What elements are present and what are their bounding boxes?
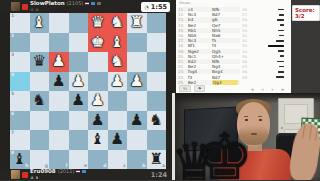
membership-icon [82,170,86,173]
black-piece[interactable]: ♜ [147,150,167,170]
square-f7[interactable] [49,130,69,150]
square-g7[interactable] [30,130,50,150]
player-bar: Eru0908 (2011) ♟♞ 1:24 [0,169,176,180]
square-h1[interactable]: 1 [10,13,30,33]
rank-label: 1 [11,14,14,19]
square-h2[interactable]: 2 [10,33,30,53]
move-entry[interactable] [279,66,284,68]
status-icon [97,2,101,5]
square-d7[interactable]: ♝ [88,130,108,150]
move-entry[interactable] [278,71,284,73]
black-piece[interactable]: ♝ [10,150,30,170]
square-g1[interactable]: ♝ [30,13,50,33]
square-f2[interactable] [49,33,69,53]
move-side-list[interactable]: 26.27.28.29.30.31.32.33.34.35.36.37.38.3… [242,7,288,80]
player-avatar[interactable] [11,170,20,179]
move-entry[interactable] [277,19,284,21]
square-d1[interactable]: ♛ [88,13,108,33]
black-move[interactable]: Bd7 [212,75,236,80]
square-f4[interactable]: ♟ [49,72,69,92]
square-e5[interactable]: ♟ [69,91,89,111]
square-c4[interactable]: ♟ [108,72,128,92]
title-badge [22,172,28,178]
rank-label: 3 [11,53,14,58]
square-b6[interactable]: ♟ [127,111,147,131]
player-captured-pieces: ♟♞ [30,176,86,181]
square-f5[interactable] [49,91,69,111]
black-piece[interactable]: ♟ [69,91,89,111]
white-piece[interactable]: ♟ [88,91,108,111]
square-d2[interactable]: ♚ [88,33,108,53]
resign-button[interactable]: ⚑ [194,85,206,92]
opponent-avatar[interactable] [11,2,20,11]
draw-button[interactable]: ½ [179,85,191,92]
file-label: c [123,164,126,169]
rank-label: 6 [11,112,14,117]
webcam-overlay: ♛ ♚ [172,93,320,180]
square-c7[interactable]: ♟ [108,130,128,150]
move-entry[interactable] [280,24,284,26]
black-piece[interactable]: ♟ [88,111,108,131]
move-table[interactable]: 11.c4Nf612.Nc3Bd713.b4g614.Be2Qe715.Rb1N… [178,7,240,85]
square-c5[interactable] [108,91,128,111]
clock-icon: ◔ [144,4,148,10]
opponent-rating: (2105) [67,1,84,6]
eye [259,119,262,121]
rank-label: 5 [11,92,14,97]
square-a3[interactable] [147,52,167,72]
square-h3[interactable]: 3 [10,52,30,72]
black-move[interactable]: Qg3 [212,80,238,85]
square-b1[interactable]: ♜ [127,13,147,33]
white-piece[interactable]: ♞ [108,13,128,33]
white-move[interactable]: Be2 [188,80,212,85]
opponent-clock: ◔ 1:55 [141,2,170,12]
move-entry[interactable] [276,76,284,78]
square-a8[interactable]: a♜ [147,150,167,170]
square-g4[interactable] [30,72,50,92]
move-entry[interactable] [278,9,284,11]
move-entry[interactable] [279,35,284,37]
square-g8[interactable]: g [30,150,50,170]
square-g5[interactable]: ♞ [30,91,50,111]
move-entry[interactable] [280,55,284,57]
move-number: 39. [242,75,253,80]
player-rating: (2011) [58,169,75,174]
move-nav-controls[interactable]: « ‹ › » [251,86,287,92]
square-b8[interactable]: b [127,150,147,170]
square-g2[interactable] [30,33,50,53]
game-action-buttons: ½⚑ [179,85,208,92]
opponent-name[interactable]: SlowPlaton [30,1,65,7]
square-e1[interactable] [69,13,89,33]
black-piece[interactable]: ♝ [88,130,108,150]
move-entry[interactable] [277,61,284,63]
square-g3[interactable]: ♛ [30,52,50,72]
square-h6[interactable]: 6 [10,111,30,131]
white-piece[interactable]: ♞ [108,52,128,72]
black-piece[interactable]: ♟ [49,72,69,92]
black-piece[interactable]: ♟ [108,130,128,150]
square-h7[interactable]: 7 [10,130,30,150]
white-piece[interactable]: ♟ [127,72,147,92]
square-a2[interactable] [147,33,167,53]
file-label: e [84,164,87,169]
square-b7[interactable] [127,130,147,150]
square-h8[interactable]: 8h♝ [10,150,30,170]
flag-icon [85,2,89,5]
stream-frame: SlowPlaton (2105) ♙♙ ◔ 1:55 1♝♛♞♜2♚♝3♛♟♞… [0,0,320,180]
square-a6[interactable]: ♞ [147,111,167,131]
player-name[interactable]: Eru0908 [30,169,56,175]
square-a5[interactable] [147,91,167,111]
square-e2[interactable] [69,33,89,53]
square-b3[interactable] [127,52,147,72]
rank-label: 2 [11,34,14,39]
move-panel-header: Moves [176,0,291,6]
move-entry[interactable] [276,40,284,42]
square-g6[interactable] [30,111,50,131]
square-d6[interactable]: ♟ [88,111,108,131]
flag-icon [76,170,80,173]
membership-icon [91,2,95,5]
square-e4[interactable]: ♟ [69,72,89,92]
square-c2[interactable]: ♝ [108,33,128,53]
chess-board[interactable]: 1♝♛♞♜2♚♝3♛♟♞4♟♟♟♟5♞♟♟6♟♟♞7♝♟8h♝gfedcba♜ [10,13,166,169]
white-piece[interactable]: ♝ [108,33,128,53]
opponent-bar: SlowPlaton (2105) ♙♙ ◔ 1:55 [0,0,176,13]
square-d4[interactable] [88,72,108,92]
square-c3[interactable]: ♞ [108,52,128,72]
square-f6[interactable] [49,111,69,131]
square-c1[interactable]: ♞ [108,13,128,33]
white-piece[interactable]: ♟ [108,72,128,92]
square-a1[interactable] [147,13,167,33]
square-h5[interactable]: 5 [10,91,30,111]
square-b2[interactable] [127,33,147,53]
square-b5[interactable] [127,91,147,111]
black-piece[interactable]: ♟ [127,111,147,131]
player-clock: 1:24 [148,170,170,180]
square-d8[interactable]: d [88,150,108,170]
square-e8[interactable]: e [69,150,89,170]
white-piece[interactable]: ♜ [127,13,147,33]
file-label: d [103,164,106,169]
black-king-trophy: ♚ [196,125,253,180]
rank-label: 7 [11,131,14,136]
square-f3[interactable]: ♟ [49,52,69,72]
move-list-panel: Moves 11.c4Nf612.Nc3Bd713.b4g614.Be2Qe71… [176,0,291,93]
move-number: 25. [178,80,188,85]
square-h4[interactable]: 4 [10,72,30,92]
square-e6[interactable] [69,111,89,131]
opponent-captured-pieces: ♙♙ [30,8,101,13]
black-piece[interactable]: ♞ [147,111,167,131]
square-a4[interactable] [147,72,167,92]
black-piece[interactable]: ♛ [30,52,50,72]
square-e7[interactable] [69,130,89,150]
title-badge [22,4,28,10]
white-piece[interactable]: ♛ [88,13,108,33]
move-entry[interactable] [278,50,284,52]
move-entry[interactable] [268,45,284,47]
square-f8[interactable]: f [49,150,69,170]
white-piece[interactable]: ♚ [88,33,108,53]
square-f1[interactable] [49,13,69,33]
move-entry[interactable] [279,14,284,16]
rank-label: 4 [11,73,14,78]
move-entry[interactable] [278,30,284,32]
square-b4[interactable]: ♟ [127,72,147,92]
white-piece[interactable]: ♟ [69,72,89,92]
black-piece[interactable]: ♞ [30,91,50,111]
score-badge: Score: 3/2 [292,5,320,21]
square-a7[interactable] [147,130,167,150]
square-d5[interactable]: ♟ [88,91,108,111]
chess-app-window: SlowPlaton (2105) ♙♙ ◔ 1:55 1♝♛♞♜2♚♝3♛♟♞… [0,0,176,180]
white-piece[interactable]: ♝ [30,13,50,33]
square-e3[interactable] [69,52,89,72]
white-piece[interactable]: ♟ [49,52,69,72]
square-d3[interactable] [88,52,108,72]
door-knob [281,127,283,129]
file-label: b [142,164,145,169]
side-move-row: 39. [242,74,288,79]
square-c8[interactable]: c [108,150,128,170]
square-c6[interactable] [108,111,128,131]
